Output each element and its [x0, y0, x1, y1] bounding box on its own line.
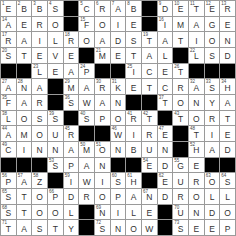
cell-r11c6[interactable]: A — [79, 158, 94, 173]
cell-r1c2[interactable]: 2B — [17, 1, 32, 16]
cell-r12c14[interactable]: 63O — [205, 173, 220, 188]
cell-r6c1[interactable]: 27A — [1, 79, 16, 94]
cell-r12c3[interactable]: 58Z — [32, 173, 47, 188]
cell-letter: B — [131, 5, 137, 14]
cell-letter: S — [209, 52, 215, 61]
cell-r3c10[interactable]: 19T — [142, 32, 157, 47]
cell-letter: A — [146, 52, 152, 61]
cell-r15c3[interactable]: S — [32, 220, 47, 235]
cell-letter: O — [130, 225, 137, 234]
cell-letter: D — [115, 37, 121, 46]
cell-r8c7[interactable]: P — [95, 111, 110, 126]
cell-r7c12[interactable]: O — [173, 95, 188, 110]
cell-r13c11[interactable]: D — [158, 189, 173, 204]
cell-r10c2[interactable]: I — [17, 142, 32, 157]
cell-r4c2[interactable]: T — [17, 48, 32, 63]
cell-r4c5[interactable]: E — [64, 48, 79, 63]
cell-r15c4[interactable]: T — [48, 220, 63, 235]
cell-r3c1[interactable]: 17R — [1, 32, 16, 47]
black-cell-r11c2 — [17, 158, 32, 173]
cell-r5c3[interactable]: 23L — [32, 64, 47, 79]
clue-number: 57 — [18, 173, 23, 178]
cell-r14c7[interactable]: 69N — [95, 205, 110, 220]
black-cell-r6c4 — [48, 79, 63, 94]
cell-r12c5[interactable]: 59I — [64, 173, 79, 188]
cell-letter: R — [131, 115, 137, 124]
cell-r12c13[interactable]: R — [189, 173, 204, 188]
cell-r11c5[interactable]: P — [64, 158, 79, 173]
cell-r4c13[interactable]: 22L — [189, 48, 204, 63]
cell-r12c2[interactable]: 57A — [17, 173, 32, 188]
cell-letter: E — [68, 52, 74, 61]
cell-r13c3[interactable]: O — [32, 189, 47, 204]
cell-r3c5[interactable]: 18R — [64, 32, 79, 47]
cell-r1c6[interactable]: 5C — [79, 1, 94, 16]
cell-letter: G — [177, 162, 184, 171]
cell-r9c13[interactable]: 48T — [189, 126, 204, 141]
cell-letter: E — [146, 209, 152, 218]
cell-r13c1[interactable]: 65S — [1, 189, 16, 204]
cell-r13c7[interactable]: O — [95, 189, 110, 204]
cell-r3c3[interactable]: I — [32, 32, 47, 47]
cell-letter: O — [99, 193, 106, 202]
cell-letter: D — [68, 193, 74, 202]
cell-letter: I — [38, 37, 40, 46]
cell-letter: T — [21, 209, 26, 218]
cell-r3c15[interactable]: N — [220, 32, 235, 47]
cell-r9c2[interactable]: M — [17, 126, 32, 141]
cell-r3c2[interactable]: A — [17, 32, 32, 47]
cell-letter: R — [84, 193, 90, 202]
clue-number: 46 — [112, 126, 117, 131]
cell-r10c6[interactable]: 50M — [79, 142, 94, 157]
cell-r6c9[interactable]: E — [126, 79, 141, 94]
cell-r7c14[interactable]: Y — [205, 95, 220, 110]
clue-number: 65 — [2, 189, 7, 194]
cell-r7c8[interactable]: N — [111, 95, 126, 110]
clue-number: 63 — [206, 173, 211, 178]
cell-letter: P — [225, 225, 231, 234]
cell-r13c5[interactable]: D — [64, 189, 79, 204]
clue-number: 25 — [127, 64, 132, 69]
cell-r4c11[interactable]: L — [158, 48, 173, 63]
cell-r14c15[interactable]: O — [220, 205, 235, 220]
clue-number: 67 — [143, 189, 148, 194]
cell-r10c15[interactable]: D — [220, 142, 235, 157]
clue-number: 20 — [2, 48, 7, 53]
cell-r14c8[interactable]: I — [111, 205, 126, 220]
cell-letter: C — [162, 84, 168, 93]
cell-letter: S — [225, 178, 231, 187]
cell-letter: W — [83, 178, 91, 187]
black-cell-r1c10 — [142, 1, 157, 16]
cell-r15c2[interactable]: A — [17, 220, 32, 235]
cell-r2c4[interactable]: O — [48, 17, 63, 32]
cell-letter: F — [6, 99, 11, 108]
clue-number: 71 — [2, 220, 7, 225]
cell-r8c3[interactable]: S — [32, 111, 47, 126]
cell-r4c9[interactable]: T — [126, 48, 141, 63]
cell-letter: N — [37, 146, 43, 155]
cell-r9c1[interactable]: 44A — [1, 126, 16, 141]
cell-letter: E — [209, 5, 215, 14]
cell-letter: R — [178, 193, 184, 202]
cell-r14c1[interactable]: 68S — [1, 205, 16, 220]
clue-number: 19 — [143, 32, 148, 37]
cell-r1c7[interactable]: 6R — [95, 1, 110, 16]
cell-r4c7[interactable]: 21M — [95, 48, 110, 63]
cell-r14c12[interactable]: 70U — [173, 205, 188, 220]
cell-letter: A — [225, 99, 231, 108]
cell-r1c13[interactable]: 11T — [189, 1, 204, 16]
cell-r14c9[interactable]: L — [126, 205, 141, 220]
cell-r12c1[interactable]: 56P — [1, 173, 16, 188]
cell-r14c13[interactable]: N — [189, 205, 204, 220]
clue-number: 60 — [112, 173, 117, 178]
cell-letter: O — [209, 37, 216, 46]
cell-letter: G — [209, 21, 216, 30]
cell-r7c7[interactable]: A — [95, 95, 110, 110]
cell-r2c2[interactable]: E — [17, 17, 32, 32]
cell-letter: I — [195, 37, 197, 46]
cell-r2c7[interactable]: O — [95, 17, 110, 32]
cell-r8c13[interactable]: O — [189, 111, 204, 126]
cell-r15c14[interactable]: E — [205, 220, 220, 235]
cell-r8c10[interactable]: 42T — [142, 111, 157, 126]
black-cell-r5c1 — [1, 64, 16, 79]
cell-r6c15[interactable]: 34H — [220, 79, 235, 94]
cell-letter: D — [225, 52, 231, 61]
cell-letter: I — [23, 146, 25, 155]
cell-r5c11[interactable]: E — [158, 64, 173, 79]
cell-r10c11[interactable]: N — [158, 142, 173, 157]
cell-r6c6[interactable]: A — [79, 79, 94, 94]
cell-r11c10[interactable]: 54E — [142, 158, 157, 173]
clue-number: 28 — [18, 79, 23, 84]
cell-r7c1[interactable]: 35F — [1, 95, 16, 110]
cell-r1c9[interactable]: 8B — [126, 1, 141, 16]
cell-r2c6[interactable]: 15F — [79, 17, 94, 32]
cell-r7c11[interactable]: 37T — [158, 95, 173, 110]
black-cell-r5c15 — [220, 64, 235, 79]
cell-r15c10[interactable]: W — [142, 220, 157, 235]
cell-letter: A — [21, 37, 27, 46]
cell-r13c12[interactable]: R — [173, 189, 188, 204]
cell-r7c6[interactable]: W — [79, 95, 94, 110]
cell-letter: A — [193, 21, 199, 30]
cell-r7c13[interactable]: N — [189, 95, 204, 110]
cell-r11c4[interactable]: 53S — [48, 158, 63, 173]
clue-number: 7 — [112, 1, 115, 6]
cell-r6c11[interactable]: C — [158, 79, 173, 94]
cell-r13c2[interactable]: T — [17, 189, 32, 204]
cell-r4c3[interactable]: E — [32, 48, 47, 63]
cell-r11c12[interactable]: 55G — [173, 158, 188, 173]
cell-r5c12[interactable]: 26T — [173, 64, 188, 79]
cell-r15c13[interactable]: E — [189, 220, 204, 235]
cell-r5c6[interactable]: 24P — [79, 64, 94, 79]
cell-letter: N — [115, 99, 121, 108]
cell-r3c9[interactable]: S — [126, 32, 141, 47]
clue-number: 37 — [159, 95, 164, 100]
cell-r8c14[interactable]: R — [205, 111, 220, 126]
cell-r2c11[interactable]: 16I — [158, 17, 173, 32]
black-cell-r4c6 — [79, 48, 94, 63]
cell-letter: A — [68, 68, 74, 77]
cell-r1c11[interactable]: 9D — [158, 1, 173, 16]
cell-letter: E — [193, 225, 199, 234]
cell-letter: O — [115, 115, 122, 124]
cell-letter: E — [225, 131, 231, 140]
cell-letter: A — [115, 5, 121, 14]
cell-r10c14[interactable]: A — [205, 142, 220, 157]
cell-r6c7[interactable]: 30R — [95, 79, 110, 94]
cell-letter: T — [225, 115, 230, 124]
cell-r9c3[interactable]: O — [32, 126, 47, 141]
cell-letter: A — [84, 162, 90, 171]
cell-r11c13[interactable]: E — [189, 158, 204, 173]
cell-r10c5[interactable]: A — [64, 142, 79, 157]
cell-r4c14[interactable]: S — [205, 48, 220, 63]
cell-letter: P — [5, 178, 11, 187]
cell-r14c14[interactable]: D — [205, 205, 220, 220]
cell-r3c4[interactable]: L — [48, 32, 63, 47]
cell-letter: O — [36, 193, 43, 202]
clue-number: 48 — [190, 126, 195, 131]
cell-letter: E — [131, 84, 137, 93]
cell-letter: O — [99, 146, 106, 155]
cell-r3c8[interactable]: D — [111, 32, 126, 47]
cell-letter: O — [177, 99, 184, 108]
cell-r3c14[interactable]: O — [205, 32, 220, 47]
cell-r6c13[interactable]: 32A — [189, 79, 204, 94]
clue-number: 1 — [2, 1, 5, 6]
cell-r7c5[interactable]: 36S — [64, 95, 79, 110]
cell-letter: S — [115, 178, 121, 187]
cell-r10c3[interactable]: N — [32, 142, 47, 157]
black-cell-r9c6 — [79, 126, 94, 141]
cell-r9c15[interactable]: E — [220, 126, 235, 141]
cell-r4c8[interactable]: E — [111, 48, 126, 63]
cell-r12c12[interactable]: U — [173, 173, 188, 188]
clue-number: 42 — [143, 111, 148, 116]
cell-r9c8[interactable]: 46W — [111, 126, 126, 141]
cell-r6c8[interactable]: 31K — [111, 79, 126, 94]
clue-number: 3 — [33, 1, 36, 6]
cell-r3c12[interactable]: T — [173, 32, 188, 47]
cell-r14c2[interactable]: T — [17, 205, 32, 220]
black-cell-r8c5 — [64, 111, 79, 126]
cell-r12c9[interactable]: 61H — [126, 173, 141, 188]
cell-r4c1[interactable]: 20S — [1, 48, 16, 63]
cell-r14c10[interactable]: E — [142, 205, 157, 220]
cell-letter: S — [178, 225, 184, 234]
cell-r8c6[interactable]: 40S — [79, 111, 94, 126]
cell-r1c3[interactable]: 3B — [32, 1, 47, 16]
cell-letter: R — [5, 37, 11, 46]
cell-letter: I — [101, 178, 103, 187]
cell-r1c4[interactable]: 4S — [48, 1, 63, 16]
cell-r15c5[interactable]: Y — [64, 220, 79, 235]
cell-r2c13[interactable]: A — [189, 17, 204, 32]
cell-r5c5[interactable]: A — [64, 64, 79, 79]
cell-r1c12[interactable]: 10E — [173, 1, 188, 16]
cell-r13c6[interactable]: R — [79, 189, 94, 204]
cell-r7c15[interactable]: A — [220, 95, 235, 110]
black-cell-r4c12 — [173, 48, 188, 63]
cell-r6c10[interactable]: T — [142, 79, 157, 94]
cell-letter: O — [36, 131, 43, 140]
clue-number: 26 — [174, 64, 179, 69]
cell-r1c15[interactable]: 13R — [220, 1, 235, 16]
cell-r4c15[interactable]: D — [220, 48, 235, 63]
cell-r15c9[interactable]: O — [126, 220, 141, 235]
cell-r9c5[interactable]: 45R — [64, 126, 79, 141]
cell-letter: R — [193, 178, 199, 187]
cell-r6c5[interactable]: 29M — [64, 79, 79, 94]
clue-number: 44 — [2, 126, 7, 131]
cell-r14c5[interactable]: L — [64, 205, 79, 220]
cell-letter: O — [193, 115, 200, 124]
cell-letter: E — [52, 68, 58, 77]
cell-r4c10[interactable]: A — [142, 48, 157, 63]
cell-r9c10[interactable]: R — [142, 126, 157, 141]
cell-r8c15[interactable]: T — [220, 111, 235, 126]
cell-r12c8[interactable]: 60S — [111, 173, 126, 188]
cell-r15c8[interactable]: N — [111, 220, 126, 235]
cell-r2c8[interactable]: I — [111, 17, 126, 32]
cell-r2c12[interactable]: M — [173, 17, 188, 32]
cell-letter: E — [21, 21, 27, 30]
cell-r3c11[interactable]: A — [158, 32, 173, 47]
cell-letter: T — [162, 99, 167, 108]
cell-r13c9[interactable]: A — [126, 189, 141, 204]
cell-letter: A — [209, 146, 215, 155]
clue-number: 52 — [190, 142, 195, 147]
cell-r4c4[interactable]: V — [48, 48, 63, 63]
clue-number: 22 — [190, 48, 195, 53]
cell-r10c9[interactable]: B — [126, 142, 141, 157]
cell-r8c12[interactable]: 43T — [173, 111, 188, 126]
cell-letter: S — [37, 115, 43, 124]
clue-number: 29 — [65, 79, 70, 84]
cell-r8c1[interactable]: 38L — [1, 111, 16, 126]
cell-r10c4[interactable]: N — [48, 142, 63, 157]
cell-r12c11[interactable]: 62E — [158, 173, 173, 188]
cell-r12c6[interactable]: W — [79, 173, 94, 188]
cell-r1c8[interactable]: 7A — [111, 1, 126, 16]
cell-letter: E — [178, 5, 184, 14]
cell-letter: A — [21, 178, 27, 187]
cell-letter: E — [162, 178, 168, 187]
cell-r2c1[interactable]: 14A — [1, 17, 16, 32]
clue-number: 58 — [33, 173, 38, 178]
cell-r10c7[interactable]: 51O — [95, 142, 110, 157]
cell-r12c7[interactable]: I — [95, 173, 110, 188]
clue-number: 64 — [221, 173, 226, 178]
cell-r15c15[interactable]: P — [220, 220, 235, 235]
cell-r2c3[interactable]: R — [32, 17, 47, 32]
cell-r8c2[interactable]: O — [17, 111, 32, 126]
cell-r1c14[interactable]: 12E — [205, 1, 220, 16]
cell-r9c4[interactable]: U — [48, 126, 63, 141]
cell-r11c7[interactable]: N — [95, 158, 110, 173]
cell-r8c4[interactable]: 39S — [48, 111, 63, 126]
cell-r2c15[interactable]: E — [220, 17, 235, 32]
clue-number: 13 — [221, 1, 226, 6]
cell-r6c14[interactable]: 33S — [205, 79, 220, 94]
cell-r6c2[interactable]: 28N — [17, 79, 32, 94]
cell-letter: E — [146, 162, 152, 171]
black-cell-r15c11 — [158, 220, 173, 235]
cell-r11c11[interactable]: D — [158, 158, 173, 173]
cell-letter: L — [163, 52, 168, 61]
cell-r10c10[interactable]: U — [142, 142, 157, 157]
cell-r7c2[interactable]: A — [17, 95, 32, 110]
cell-r15c1[interactable]: 71T — [1, 220, 16, 235]
cell-letter: B — [37, 5, 43, 14]
cell-letter: E — [5, 5, 11, 14]
cell-r10c8[interactable]: N — [111, 142, 126, 157]
cell-r8c8[interactable]: O — [111, 111, 126, 126]
cell-r15c7[interactable]: 72S — [95, 220, 110, 235]
cell-letter: L — [37, 68, 42, 77]
cell-r3c13[interactable]: I — [189, 32, 204, 47]
cell-r14c3[interactable]: O — [32, 205, 47, 220]
cell-r7c3[interactable]: R — [32, 95, 47, 110]
cell-r6c12[interactable]: R — [173, 79, 188, 94]
cell-r9c14[interactable]: I — [205, 126, 220, 141]
cell-r10c13[interactable]: 52H — [189, 142, 204, 157]
cell-r9c11[interactable]: 47E — [158, 126, 173, 141]
cell-r3c7[interactable]: A — [95, 32, 110, 47]
cell-r2c14[interactable]: G — [205, 17, 220, 32]
cell-r5c9[interactable]: 25I — [126, 64, 141, 79]
cell-letter: T — [53, 225, 58, 234]
cell-r12c15[interactable]: 64S — [220, 173, 235, 188]
cell-r13c14[interactable]: L — [205, 189, 220, 204]
cell-r1c1[interactable]: 1E — [1, 1, 16, 16]
cell-r8c9[interactable]: 41R — [126, 111, 141, 126]
cell-letter: T — [6, 225, 11, 234]
cell-letter: Y — [68, 225, 74, 234]
cell-r5c4[interactable]: E — [48, 64, 63, 79]
cell-r6c3[interactable]: A — [32, 79, 47, 94]
cell-r15c12[interactable]: 73S — [173, 220, 188, 235]
cell-letter: Y — [209, 99, 215, 108]
cell-letter: S — [84, 115, 90, 124]
clue-number: 61 — [127, 173, 132, 178]
cell-r3c6[interactable]: O — [79, 32, 94, 47]
cell-letter: C — [5, 146, 11, 155]
cell-letter: E — [162, 131, 168, 140]
clue-number: 38 — [2, 111, 7, 116]
cell-r2c9[interactable]: E — [126, 17, 141, 32]
clue-number: 53 — [49, 158, 54, 163]
cell-r14c4[interactable]: O — [48, 205, 63, 220]
black-cell-r11c9 — [126, 158, 141, 173]
cell-letter: O — [52, 21, 59, 30]
cell-r13c4[interactable]: 66P — [48, 189, 63, 204]
cell-r13c8[interactable]: P — [111, 189, 126, 204]
clue-number: 66 — [49, 189, 54, 194]
cell-r10c1[interactable]: 49C — [1, 142, 16, 157]
cell-r13c15[interactable]: L — [220, 189, 235, 204]
cell-r13c10[interactable]: 67N — [142, 189, 157, 204]
cell-r5c10[interactable]: C — [142, 64, 157, 79]
cell-r9c9[interactable]: I — [126, 126, 141, 141]
cell-r13c13[interactable]: O — [189, 189, 204, 204]
